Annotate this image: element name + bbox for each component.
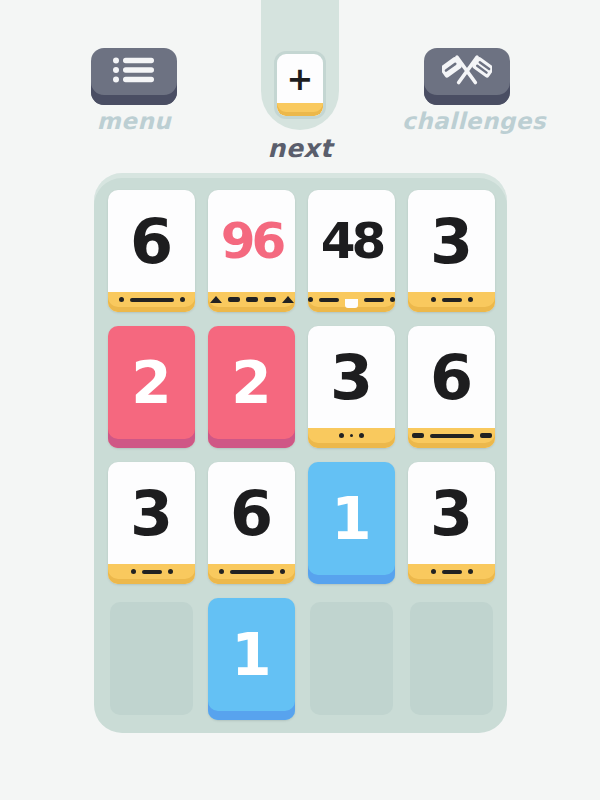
board-grid: 696483223636131 bbox=[94, 173, 507, 733]
tile-bottom-band bbox=[408, 428, 495, 448]
face-mark-dot bbox=[468, 297, 473, 302]
empty-slot-r4c4 bbox=[410, 602, 493, 715]
tile-bottom-band bbox=[408, 564, 495, 584]
face-mark-dot bbox=[339, 433, 344, 438]
face-mark-dot bbox=[180, 297, 185, 302]
tile-96-r1c2[interactable]: 96 bbox=[208, 190, 295, 312]
face-mark-line-short bbox=[442, 570, 462, 574]
tile-3-r2c3[interactable]: 3 bbox=[308, 326, 395, 448]
tile-bottom-band bbox=[108, 292, 195, 312]
face-mark-line-long bbox=[130, 298, 174, 302]
tile-value: 2 bbox=[108, 326, 195, 439]
tile-bottom-band bbox=[208, 564, 295, 584]
tile-value: 6 bbox=[408, 326, 495, 428]
face-mark-caret bbox=[282, 296, 294, 303]
tile-value: 1 bbox=[308, 462, 395, 575]
face-mark-dash bbox=[246, 297, 258, 302]
tile-value: 48 bbox=[308, 190, 395, 292]
face-mark-dot bbox=[390, 297, 395, 302]
plus-card-symbol: + bbox=[277, 54, 323, 103]
face-mark-dash bbox=[480, 433, 492, 438]
face-mark-line-long bbox=[230, 570, 274, 574]
face-mark-dot bbox=[219, 569, 224, 574]
tile-6-r3c2[interactable]: 6 bbox=[208, 462, 295, 584]
face-mark-dot-small bbox=[350, 434, 353, 437]
tile-6-r2c4[interactable]: 6 bbox=[408, 326, 495, 448]
next-card-band bbox=[277, 103, 323, 116]
tile-6-r1c1[interactable]: 6 bbox=[108, 190, 195, 312]
tile-bottom-band bbox=[108, 564, 195, 584]
menu-label: menu bbox=[69, 108, 199, 134]
face-mark-line-short bbox=[142, 570, 162, 574]
menu-button[interactable] bbox=[91, 48, 177, 105]
face-mark-dash bbox=[412, 433, 424, 438]
tile-value: 3 bbox=[408, 462, 495, 564]
challenges-button[interactable] bbox=[424, 48, 510, 105]
tile-2-r2c1[interactable]: 2 bbox=[108, 326, 195, 448]
tile-value: 1 bbox=[208, 598, 295, 711]
tile-value: 3 bbox=[108, 462, 195, 564]
tile-48-r1c3[interactable]: 48 bbox=[308, 190, 395, 312]
next-card: + bbox=[277, 54, 323, 116]
tile-bottom-band bbox=[208, 292, 295, 312]
face-mark-dot bbox=[468, 569, 473, 574]
face-mark-line-short bbox=[442, 298, 462, 302]
next-label: next bbox=[250, 134, 350, 163]
tile-value: 6 bbox=[108, 190, 195, 292]
empty-slot-r4c3 bbox=[310, 602, 393, 715]
crossed-flags-icon bbox=[442, 51, 492, 93]
tile-bottom-band bbox=[308, 428, 395, 448]
face-mark-dot bbox=[359, 433, 364, 438]
face-mark-tooth bbox=[345, 299, 358, 308]
tile-3-r3c1[interactable]: 3 bbox=[108, 462, 195, 584]
tile-value: 3 bbox=[408, 190, 495, 292]
next-card-holder: + bbox=[261, 0, 339, 130]
tile-value: 96 bbox=[208, 190, 295, 292]
face-mark-dot bbox=[131, 569, 136, 574]
face-mark-dot bbox=[308, 297, 313, 302]
tile-3-r3c4[interactable]: 3 bbox=[408, 462, 495, 584]
tile-bottom-band bbox=[308, 292, 395, 312]
face-mark-dot bbox=[431, 569, 436, 574]
tile-2-r2c2[interactable]: 2 bbox=[208, 326, 295, 448]
challenges-label: challenges bbox=[402, 108, 532, 134]
face-mark-dot bbox=[168, 569, 173, 574]
face-mark-dash bbox=[264, 297, 276, 302]
face-mark-dot bbox=[280, 569, 285, 574]
face-mark-dot bbox=[431, 297, 436, 302]
list-icon bbox=[112, 55, 156, 89]
tile-bottom-band bbox=[408, 292, 495, 312]
tile-1-r3c3[interactable]: 1 bbox=[308, 462, 395, 584]
face-mark-line-short bbox=[319, 298, 339, 302]
empty-slot-r4c1 bbox=[110, 602, 193, 715]
tile-value: 6 bbox=[208, 462, 295, 564]
tile-1-r4c2[interactable]: 1 bbox=[208, 598, 295, 720]
tile-value: 3 bbox=[308, 326, 395, 428]
tile-3-r1c4[interactable]: 3 bbox=[408, 190, 495, 312]
face-mark-line-short bbox=[364, 298, 384, 302]
face-mark-line-long bbox=[430, 434, 474, 438]
face-mark-dot bbox=[119, 297, 124, 302]
face-mark-caret bbox=[210, 296, 222, 303]
face-mark-dash bbox=[228, 297, 240, 302]
tile-value: 2 bbox=[208, 326, 295, 439]
